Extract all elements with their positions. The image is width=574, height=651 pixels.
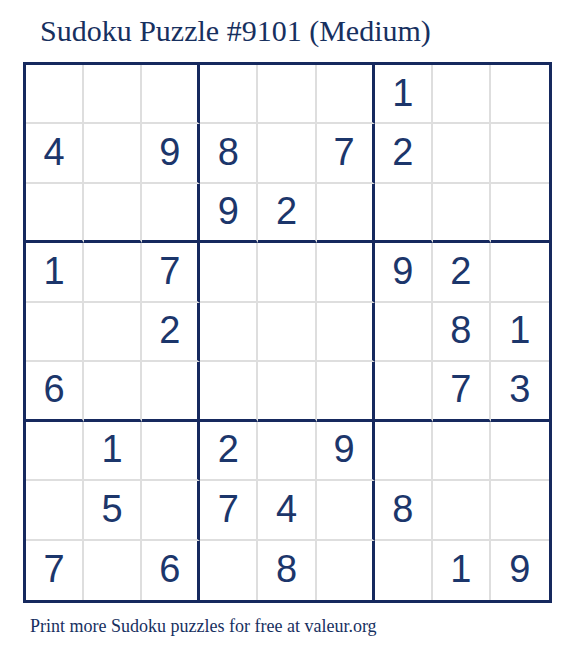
cell-r1c5 [258,65,316,124]
cell-r7c2: 1 [84,422,142,481]
cell-r1c6 [317,65,375,124]
cell-r6c1: 6 [26,362,84,421]
sudoku-page: Sudoku Puzzle #9101 (Medium) 14987292179… [0,0,574,651]
cell-r4c9 [491,243,549,302]
cell-r3c5: 2 [258,184,316,243]
cell-r7c5 [258,422,316,481]
cell-r2c8 [433,124,491,183]
cell-r7c6: 9 [317,422,375,481]
cell-r3c8 [433,184,491,243]
cell-r2c9 [491,124,549,183]
footer-text: Print more Sudoku puzzles for free at va… [30,616,377,637]
cell-r9c2 [84,541,142,600]
cell-r5c4 [200,303,258,362]
cell-r4c4 [200,243,258,302]
cell-r9c4 [200,541,258,600]
cell-r8c4: 7 [200,481,258,540]
cell-r7c7 [375,422,433,481]
cell-r9c1: 7 [26,541,84,600]
page-title: Sudoku Puzzle #9101 (Medium) [40,14,431,48]
cell-r4c6 [317,243,375,302]
sudoku-grid: 149872921792281673129574876819 [23,62,552,603]
cell-r9c3: 6 [142,541,200,600]
cell-r8c5: 4 [258,481,316,540]
cell-r5c5 [258,303,316,362]
cell-r8c3 [142,481,200,540]
cell-r4c1: 1 [26,243,84,302]
cell-r1c7: 1 [375,65,433,124]
cell-r9c9: 9 [491,541,549,600]
cell-r1c1 [26,65,84,124]
cell-r8c7: 8 [375,481,433,540]
cell-r7c8 [433,422,491,481]
cell-r6c9: 3 [491,362,549,421]
cell-r9c7 [375,541,433,600]
cell-r5c8: 8 [433,303,491,362]
cell-r6c3 [142,362,200,421]
cell-r7c9 [491,422,549,481]
cell-r1c4 [200,65,258,124]
cell-r5c1 [26,303,84,362]
cell-r4c7: 9 [375,243,433,302]
cell-r1c3 [142,65,200,124]
cell-r6c4 [200,362,258,421]
cell-r9c6 [317,541,375,600]
cell-r8c1 [26,481,84,540]
cell-r2c4: 8 [200,124,258,183]
cell-r6c5 [258,362,316,421]
cell-r6c7 [375,362,433,421]
cell-r8c8 [433,481,491,540]
cell-r4c3: 7 [142,243,200,302]
cell-r2c2 [84,124,142,183]
cell-r4c2 [84,243,142,302]
cell-r7c3 [142,422,200,481]
cell-r1c9 [491,65,549,124]
cell-r5c7 [375,303,433,362]
cell-r5c6 [317,303,375,362]
cell-r1c8 [433,65,491,124]
cell-r3c9 [491,184,549,243]
cell-r7c4: 2 [200,422,258,481]
cell-r2c3: 9 [142,124,200,183]
cell-r1c2 [84,65,142,124]
cell-r6c8: 7 [433,362,491,421]
cell-r4c5 [258,243,316,302]
cell-r2c5 [258,124,316,183]
cell-r7c1 [26,422,84,481]
cell-r8c6 [317,481,375,540]
cell-r3c6 [317,184,375,243]
cell-r2c6: 7 [317,124,375,183]
cell-r5c3: 2 [142,303,200,362]
cell-r8c2: 5 [84,481,142,540]
cell-r3c7 [375,184,433,243]
cell-r3c1 [26,184,84,243]
cell-r8c9 [491,481,549,540]
cell-r3c3 [142,184,200,243]
cell-r9c5: 8 [258,541,316,600]
cell-r4c8: 2 [433,243,491,302]
cell-r2c7: 2 [375,124,433,183]
cell-r9c8: 1 [433,541,491,600]
cell-r5c9: 1 [491,303,549,362]
cell-r6c6 [317,362,375,421]
cell-r5c2 [84,303,142,362]
cell-r6c2 [84,362,142,421]
cell-r3c2 [84,184,142,243]
cell-r3c4: 9 [200,184,258,243]
cell-r2c1: 4 [26,124,84,183]
